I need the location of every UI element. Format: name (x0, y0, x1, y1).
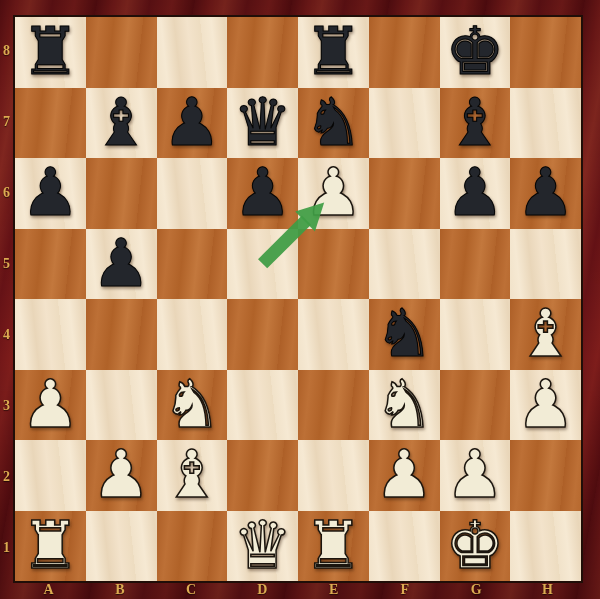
piece-black-pawn-h6[interactable]: ♟ (516, 158, 575, 228)
piece-black-bishop-b7[interactable]: ♝ (92, 88, 151, 158)
file-label-e: E (298, 581, 369, 599)
rank-label-6: 6 (0, 157, 13, 228)
square-a1[interactable]: ♜ (15, 511, 86, 582)
piece-black-bishop-g7[interactable]: ♝ (445, 88, 504, 158)
square-h6[interactable]: ♟ (510, 158, 581, 229)
square-f7[interactable] (369, 88, 440, 159)
rank-label-7: 7 (0, 86, 13, 157)
square-d2[interactable] (227, 440, 298, 511)
square-c2[interactable]: ♝ (157, 440, 228, 511)
square-f5[interactable] (369, 229, 440, 300)
square-d4[interactable] (227, 299, 298, 370)
square-g8[interactable]: ♚ (440, 17, 511, 88)
square-e7[interactable]: ♞ (298, 88, 369, 159)
square-b5[interactable]: ♟ (86, 229, 157, 300)
square-c7[interactable]: ♟ (157, 88, 228, 159)
square-f2[interactable]: ♟ (369, 440, 440, 511)
square-e3[interactable] (298, 370, 369, 441)
piece-black-pawn-d6[interactable]: ♟ (233, 158, 292, 228)
file-label-h: H (512, 581, 583, 599)
square-c6[interactable] (157, 158, 228, 229)
square-d6[interactable]: ♟ (227, 158, 298, 229)
piece-white-queen-d1[interactable]: ♛ (233, 511, 292, 581)
square-c1[interactable] (157, 511, 228, 582)
square-f3[interactable]: ♞ (369, 370, 440, 441)
square-h1[interactable] (510, 511, 581, 582)
file-label-g: G (441, 581, 512, 599)
rank-label-1: 1 (0, 512, 13, 583)
piece-white-pawn-e6[interactable]: ♟ (304, 158, 363, 228)
square-b7[interactable]: ♝ (86, 88, 157, 159)
square-a7[interactable] (15, 88, 86, 159)
square-h3[interactable]: ♟ (510, 370, 581, 441)
rank-label-2: 2 (0, 441, 13, 512)
square-c3[interactable]: ♞ (157, 370, 228, 441)
square-e4[interactable] (298, 299, 369, 370)
square-b4[interactable] (86, 299, 157, 370)
square-b3[interactable] (86, 370, 157, 441)
square-a4[interactable] (15, 299, 86, 370)
piece-white-king-g1[interactable]: ♚ (445, 511, 504, 581)
square-a3[interactable]: ♟ (15, 370, 86, 441)
piece-white-knight-c3[interactable]: ♞ (162, 370, 221, 440)
piece-black-king-g8[interactable]: ♚ (445, 17, 504, 87)
square-g7[interactable]: ♝ (440, 88, 511, 159)
rank-label-3: 3 (0, 370, 13, 441)
piece-black-knight-e7[interactable]: ♞ (304, 88, 363, 158)
piece-white-bishop-c2[interactable]: ♝ (162, 440, 221, 510)
file-label-c: C (156, 581, 227, 599)
square-e2[interactable] (298, 440, 369, 511)
piece-black-pawn-g6[interactable]: ♟ (445, 158, 504, 228)
square-d3[interactable] (227, 370, 298, 441)
piece-black-rook-e8[interactable]: ♜ (304, 17, 363, 87)
piece-white-pawn-g2[interactable]: ♟ (445, 440, 504, 510)
square-h2[interactable] (510, 440, 581, 511)
square-a6[interactable]: ♟ (15, 158, 86, 229)
square-f6[interactable] (369, 158, 440, 229)
square-a5[interactable] (15, 229, 86, 300)
square-c4[interactable] (157, 299, 228, 370)
piece-white-rook-e1[interactable]: ♜ (304, 511, 363, 581)
piece-black-knight-f4[interactable]: ♞ (375, 299, 434, 369)
square-a2[interactable] (15, 440, 86, 511)
square-e5[interactable] (298, 229, 369, 300)
rank-label-4: 4 (0, 299, 13, 370)
square-e1[interactable]: ♜ (298, 511, 369, 582)
file-label-f: F (369, 581, 440, 599)
piece-white-pawn-f2[interactable]: ♟ (375, 440, 434, 510)
file-label-d: D (227, 581, 298, 599)
file-label-b: B (84, 581, 155, 599)
piece-white-rook-a1[interactable]: ♜ (21, 511, 80, 581)
square-f1[interactable] (369, 511, 440, 582)
chess-board-frame: 87654321 ABCDEFGH ♜♜♚♝♟♛♞♝♟♟♟♟♟♟♞♝♟♞♞♟♟♝… (0, 0, 600, 599)
square-g3[interactable] (440, 370, 511, 441)
square-c5[interactable] (157, 229, 228, 300)
piece-white-pawn-a3[interactable]: ♟ (21, 370, 80, 440)
piece-black-pawn-c7[interactable]: ♟ (162, 88, 221, 158)
piece-white-pawn-h3[interactable]: ♟ (516, 370, 575, 440)
square-e8[interactable]: ♜ (298, 17, 369, 88)
square-f8[interactable] (369, 17, 440, 88)
square-h5[interactable] (510, 229, 581, 300)
square-h4[interactable]: ♝ (510, 299, 581, 370)
file-label-a: A (13, 581, 84, 599)
chess-board[interactable]: ♜♜♚♝♟♛♞♝♟♟♟♟♟♟♞♝♟♞♞♟♟♝♟♟♜♛♜♚ (13, 15, 583, 583)
square-d5[interactable] (227, 229, 298, 300)
piece-white-pawn-b2[interactable]: ♟ (92, 440, 151, 510)
rank-label-5: 5 (0, 228, 13, 299)
square-d1[interactable]: ♛ (227, 511, 298, 582)
rank-labels: 87654321 (0, 15, 13, 583)
piece-black-pawn-a6[interactable]: ♟ (21, 158, 80, 228)
square-e6[interactable]: ♟ (298, 158, 369, 229)
file-labels: ABCDEFGH (13, 581, 583, 599)
square-g2[interactable]: ♟ (440, 440, 511, 511)
piece-black-pawn-b5[interactable]: ♟ (92, 229, 151, 299)
piece-white-bishop-h4[interactable]: ♝ (516, 299, 575, 369)
square-g5[interactable] (440, 229, 511, 300)
square-f4[interactable]: ♞ (369, 299, 440, 370)
square-d8[interactable] (227, 17, 298, 88)
square-d7[interactable]: ♛ (227, 88, 298, 159)
square-b6[interactable] (86, 158, 157, 229)
square-g4[interactable] (440, 299, 511, 370)
square-b1[interactable] (86, 511, 157, 582)
piece-white-knight-f3[interactable]: ♞ (375, 370, 434, 440)
piece-black-queen-d7[interactable]: ♛ (233, 88, 292, 158)
square-g1[interactable]: ♚ (440, 511, 511, 582)
piece-black-rook-a8[interactable]: ♜ (21, 17, 80, 87)
square-b2[interactable]: ♟ (86, 440, 157, 511)
square-b8[interactable] (86, 17, 157, 88)
square-g6[interactable]: ♟ (440, 158, 511, 229)
square-c8[interactable] (157, 17, 228, 88)
square-h7[interactable] (510, 88, 581, 159)
square-a8[interactable]: ♜ (15, 17, 86, 88)
rank-label-8: 8 (0, 15, 13, 86)
square-h8[interactable] (510, 17, 581, 88)
